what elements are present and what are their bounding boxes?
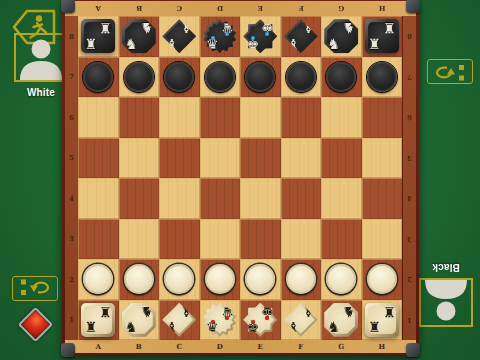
square-g1[interactable]: ♞♞ [321,300,362,341]
square-c1[interactable]: ♝♝ [159,300,200,341]
square-g8[interactable]: ♞♞ [321,16,362,57]
white-bishop[interactable]: ♝♝ [284,303,318,337]
square-e5[interactable] [240,138,281,179]
square-a5[interactable] [78,138,119,179]
coord-label: B [119,1,160,16]
coord-label: 7 [403,57,416,98]
piece-glyph: ♜ [380,19,399,38]
square-b3[interactable] [119,219,160,260]
square-g6[interactable] [321,97,362,138]
white-king[interactable]: ♚♚ [243,303,277,337]
black-pawn[interactable] [205,62,235,92]
square-c5[interactable] [159,138,200,179]
square-a6[interactable] [78,97,119,138]
piece-glyph: ♝ [177,303,196,322]
white-avatar[interactable] [14,33,68,82]
coord-label: 1 [65,300,78,341]
square-a3[interactable] [78,219,119,260]
square-f6[interactable] [281,97,322,138]
coord-label: C [159,340,200,353]
coord-label: D [200,340,241,353]
square-e1[interactable]: ♚♚ [240,300,281,341]
black-player-label: Black [432,262,460,273]
square-h7[interactable] [362,57,403,98]
player-panel-black: Black [412,262,480,327]
coord-label: F [281,340,322,353]
coord-label: A [78,1,119,16]
coord-label: 4 [65,178,78,219]
black-queen[interactable]: ♛♛ [203,19,237,53]
square-g2[interactable] [321,259,362,300]
square-g3[interactable] [321,219,362,260]
piece-glyph: ♞ [339,19,358,38]
black-rook[interactable]: ♜♜ [365,19,399,53]
coord-label: 4 [403,178,416,219]
coord-label: 5 [65,138,78,179]
white-queen[interactable]: ♛♛ [203,303,237,337]
white-pawn[interactable] [245,264,275,294]
undo-button-white[interactable] [12,276,58,301]
square-d1[interactable]: ♛♛ [200,300,241,341]
board-corner-bracket [61,0,75,13]
black-bishop[interactable]: ♝♝ [284,19,318,53]
black-knight[interactable]: ♞♞ [324,19,358,53]
square-g5[interactable] [321,138,362,179]
coord-label: 6 [65,97,78,138]
coord-label: E [240,340,281,353]
square-g7[interactable] [321,57,362,98]
white-knight[interactable]: ♞♞ [122,303,156,337]
white-pawn[interactable] [286,264,316,294]
coord-label: G [321,1,362,16]
square-d2[interactable] [200,259,241,300]
coord-label: H [362,1,403,16]
white-pawn[interactable] [83,264,113,294]
white-player-label: White [27,87,55,98]
white-pawn[interactable] [367,264,397,294]
piece-glyph: ♜ [380,303,399,322]
square-c7[interactable] [159,57,200,98]
square-c3[interactable] [159,219,200,260]
coord-label: 8 [403,16,416,57]
square-e7[interactable] [240,57,281,98]
red-gem-dot [225,316,229,320]
black-pawn[interactable] [164,62,194,92]
square-b5[interactable] [119,138,160,179]
white-knight[interactable]: ♞♞ [324,303,358,337]
coord-label: E [240,1,281,16]
black-pawn[interactable] [124,62,154,92]
white-pawn[interactable] [326,264,356,294]
piece-glyph: ♞ [339,303,358,322]
white-rook[interactable]: ♜♜ [81,303,115,337]
square-c4[interactable] [159,178,200,219]
black-pawn[interactable] [245,62,275,92]
undo-button-black[interactable] [427,59,473,84]
square-c2[interactable] [159,259,200,300]
rank-labels-right: 87654321 [403,16,416,340]
square-f4[interactable] [281,178,322,219]
square-b6[interactable] [119,97,160,138]
square-b4[interactable] [119,178,160,219]
square-h2[interactable] [362,259,403,300]
square-f2[interactable] [281,259,322,300]
coord-label: A [78,340,119,353]
turn-indicator-gem [18,307,53,342]
square-a7[interactable] [78,57,119,98]
square-e3[interactable] [240,219,281,260]
square-e2[interactable] [240,259,281,300]
file-labels-top: ABCDEFGH [65,1,416,16]
square-f7[interactable] [281,57,322,98]
square-d8[interactable]: ♛♛ [200,16,241,57]
chess-board: ABCDEFGH ABCDEFGH 87654321 87654321 ♜♜♞♞… [62,0,419,356]
board-squares: ♜♜♞♞♝♝♛♛♚♚♝♝♞♞♜♜♜♜♞♞♝♝♛♛♚♚♝♝♞♞♜♜ [78,16,402,340]
square-d5[interactable] [200,138,241,179]
square-f1[interactable]: ♝♝ [281,300,322,341]
board-corner-bracket [406,0,420,13]
coord-label: 8 [65,16,78,57]
black-bishop[interactable]: ♝♝ [162,19,196,53]
square-e6[interactable] [240,97,281,138]
black-knight[interactable]: ♞♞ [122,19,156,53]
coord-label: 2 [65,259,78,300]
piece-glyph: ♝ [299,19,318,38]
app-window: White Black ABCDEFGH ABCDEFGH 8765 [0,0,480,360]
red-gem-dot [211,320,215,324]
square-h5[interactable] [362,138,403,179]
square-f5[interactable] [281,138,322,179]
white-bishop[interactable]: ♝♝ [162,303,196,337]
black-pawn[interactable] [367,62,397,92]
square-a8[interactable]: ♜♜ [78,16,119,57]
piece-glyph: ♞ [137,19,156,38]
square-d3[interactable] [200,219,241,260]
blue-gem-dot [225,32,229,36]
coord-label: 2 [403,259,416,300]
square-e4[interactable] [240,178,281,219]
coord-label: G [321,340,362,353]
coord-label: 3 [65,219,78,260]
piece-glyph: ♜ [96,19,115,38]
square-b7[interactable] [119,57,160,98]
square-e8[interactable]: ♚♚ [240,16,281,57]
square-h1[interactable]: ♜♜ [362,300,403,341]
coord-label: B [119,340,160,353]
square-d4[interactable] [200,178,241,219]
square-b2[interactable] [119,259,160,300]
square-d7[interactable] [200,57,241,98]
coord-label: C [159,1,200,16]
board-corner-bracket [406,343,420,357]
coord-label: 6 [403,97,416,138]
piece-glyph: ♝ [299,303,318,322]
rank-labels-left: 87654321 [65,16,78,340]
piece-glyph: ♝ [177,19,196,38]
square-f8[interactable]: ♝♝ [281,16,322,57]
square-f3[interactable] [281,219,322,260]
coord-label: 1 [403,300,416,341]
square-c8[interactable]: ♝♝ [159,16,200,57]
piece-glyph: ♜ [96,303,115,322]
red-gem-dot [265,316,269,320]
square-c6[interactable] [159,97,200,138]
black-rook[interactable]: ♜♜ [81,19,115,53]
file-labels-bottom: ABCDEFGH [65,340,416,353]
blue-gem-dot [211,36,215,40]
undo-arrow-icon [14,277,56,298]
person-silhouette-icon [421,280,471,325]
square-b8[interactable]: ♞♞ [119,16,160,57]
square-h4[interactable] [362,178,403,219]
square-h3[interactable] [362,219,403,260]
coord-label: H [362,340,403,353]
person-silhouette-icon [16,35,66,80]
square-a4[interactable] [78,178,119,219]
white-pawn[interactable] [164,264,194,294]
board-corner-bracket [61,343,75,357]
square-d6[interactable] [200,97,241,138]
black-pawn[interactable] [286,62,316,92]
white-pawn[interactable] [124,264,154,294]
black-king[interactable]: ♚♚ [243,19,277,53]
square-g4[interactable] [321,178,362,219]
square-h8[interactable]: ♜♜ [362,16,403,57]
black-pawn[interactable] [326,62,356,92]
red-gem-dot [251,320,255,324]
piece-glyph: ♞ [137,303,156,322]
black-avatar[interactable] [419,278,473,327]
coord-label: F [281,1,322,16]
square-a2[interactable] [78,259,119,300]
coord-label: 7 [65,57,78,98]
coord-label: 3 [403,219,416,260]
square-h6[interactable] [362,97,403,138]
coord-label: D [200,1,241,16]
coord-label: 5 [403,138,416,179]
black-pawn[interactable] [83,62,113,92]
white-pawn[interactable] [205,264,235,294]
square-a1[interactable]: ♜♜ [78,300,119,341]
white-rook[interactable]: ♜♜ [365,303,399,337]
square-b1[interactable]: ♞♞ [119,300,160,341]
undo-arrow-icon [429,62,471,83]
